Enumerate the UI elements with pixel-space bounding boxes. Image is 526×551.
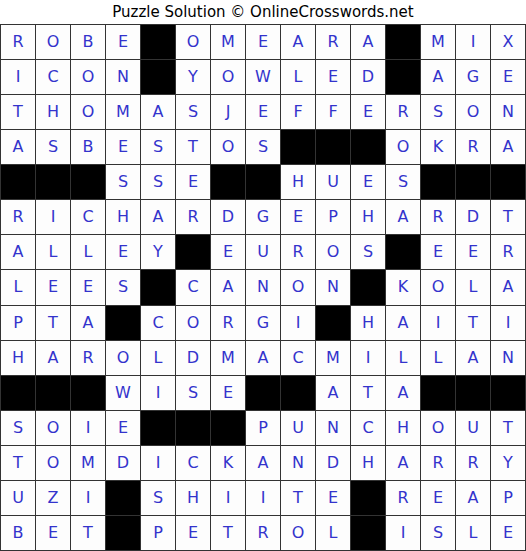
block-cell-r5c15 xyxy=(491,165,525,199)
letter-cell-r8c8: N xyxy=(246,270,280,304)
letter-cell-r12c14: U xyxy=(456,411,490,445)
letter-cell-r13c12: A xyxy=(386,446,420,480)
block-cell-r9c4 xyxy=(106,306,140,340)
letter-cell-r14c5: S xyxy=(141,481,175,515)
letter-cell-r6c10: P xyxy=(316,200,350,234)
letter-cell-r9c13: I xyxy=(421,306,455,340)
block-cell-r14c11 xyxy=(351,481,385,515)
letter-cell-r14c1: U xyxy=(1,481,35,515)
block-cell-r1c5 xyxy=(141,25,175,59)
letter-cell-r7c10: O xyxy=(316,235,350,269)
letter-cell-r9c14: T xyxy=(456,306,490,340)
letter-cell-r10c4: O xyxy=(106,341,140,375)
letter-cell-r13c8: A xyxy=(246,446,280,480)
block-cell-r5c7 xyxy=(211,165,245,199)
block-cell-r8c11 xyxy=(351,270,385,304)
letter-cell-r3c13: S xyxy=(421,95,455,129)
block-cell-r4c10 xyxy=(316,130,350,164)
letter-cell-r6c15: T xyxy=(491,200,525,234)
letter-cell-r4c5: S xyxy=(141,130,175,164)
letter-cell-r11c11: T xyxy=(351,376,385,410)
letter-cell-r4c12: O xyxy=(386,130,420,164)
letter-cell-r13c13: R xyxy=(421,446,455,480)
letter-cell-r2c2: C xyxy=(36,60,70,94)
block-cell-r4c11 xyxy=(351,130,385,164)
block-cell-r2c5 xyxy=(141,60,175,94)
letter-cell-r14c7: I xyxy=(211,481,245,515)
letter-cell-r4c6: T xyxy=(176,130,210,164)
letter-cell-r15c10: L xyxy=(316,516,350,550)
letter-cell-r1c10: R xyxy=(316,25,350,59)
letter-cell-r14c12: R xyxy=(386,481,420,515)
block-cell-r11c8 xyxy=(246,376,280,410)
letter-cell-r4c2: S xyxy=(36,130,70,164)
letter-cell-r7c1: A xyxy=(1,235,35,269)
letter-cell-r7c14: E xyxy=(456,235,490,269)
letter-cell-r8c9: O xyxy=(281,270,315,304)
block-cell-r11c15 xyxy=(491,376,525,410)
letter-cell-r11c6: S xyxy=(176,376,210,410)
letter-cell-r3c6: S xyxy=(176,95,210,129)
letter-cell-r14c14: A xyxy=(456,481,490,515)
letter-cell-r13c9: N xyxy=(281,446,315,480)
letter-cell-r8c2: E xyxy=(36,270,70,304)
letter-cell-r3c7: J xyxy=(211,95,245,129)
letter-cell-r7c7: E xyxy=(211,235,245,269)
letter-cell-r15c14: L xyxy=(456,516,490,550)
block-cell-r15c11 xyxy=(351,516,385,550)
letter-cell-r6c5: A xyxy=(141,200,175,234)
letter-cell-r9c1: P xyxy=(1,306,35,340)
letter-cell-r7c4: E xyxy=(106,235,140,269)
letter-cell-r6c9: E xyxy=(281,200,315,234)
letter-cell-r7c2: L xyxy=(36,235,70,269)
letter-cell-r15c2: E xyxy=(36,516,70,550)
block-cell-r11c2 xyxy=(36,376,70,410)
letter-cell-r2c4: N xyxy=(106,60,140,94)
letter-cell-r6c4: H xyxy=(106,200,140,234)
letter-cell-r10c15: N xyxy=(491,341,525,375)
letter-cell-r14c15: P xyxy=(491,481,525,515)
block-cell-r5c8 xyxy=(246,165,280,199)
letter-cell-r1c6: O xyxy=(176,25,210,59)
letter-cell-r10c9: C xyxy=(281,341,315,375)
letter-cell-r7c11: S xyxy=(351,235,385,269)
letter-cell-r8c3: E xyxy=(71,270,105,304)
letter-cell-r6c1: R xyxy=(1,200,35,234)
letter-cell-r6c12: A xyxy=(386,200,420,234)
letter-cell-r2c1: I xyxy=(1,60,35,94)
block-cell-r5c3 xyxy=(71,165,105,199)
letter-cell-r5c9: H xyxy=(281,165,315,199)
block-cell-r9c10 xyxy=(316,306,350,340)
block-cell-r5c14 xyxy=(456,165,490,199)
letter-cell-r13c14: R xyxy=(456,446,490,480)
letter-cell-r4c3: B xyxy=(71,130,105,164)
puzzle-solution-page: Puzzle Solution © OnlineCrosswords.net R… xyxy=(0,0,526,551)
letter-cell-r10c1: H xyxy=(1,341,35,375)
block-cell-r12c5 xyxy=(141,411,175,445)
letter-cell-r9c8: G xyxy=(246,306,280,340)
letter-cell-r13c5: I xyxy=(141,446,175,480)
letter-cell-r8c10: N xyxy=(316,270,350,304)
letter-cell-r1c3: B xyxy=(71,25,105,59)
letter-cell-r8c1: L xyxy=(1,270,35,304)
letter-cell-r10c6: D xyxy=(176,341,210,375)
block-cell-r7c12 xyxy=(386,235,420,269)
letter-cell-r5c12: S xyxy=(386,165,420,199)
letter-cell-r12c8: P xyxy=(246,411,280,445)
letter-cell-r10c14: A xyxy=(456,341,490,375)
letter-cell-r8c6: C xyxy=(176,270,210,304)
letter-cell-r2c3: O xyxy=(71,60,105,94)
letter-cell-r2c8: W xyxy=(246,60,280,94)
letter-cell-r8c13: O xyxy=(421,270,455,304)
letter-cell-r10c8: A xyxy=(246,341,280,375)
letter-cell-r12c1: S xyxy=(1,411,35,445)
block-cell-r12c6 xyxy=(176,411,210,445)
letter-cell-r13c7: K xyxy=(211,446,245,480)
letter-cell-r7c9: R xyxy=(281,235,315,269)
letter-cell-r10c3: R xyxy=(71,341,105,375)
letter-cell-r1c14: I xyxy=(456,25,490,59)
letter-cell-r15c13: S xyxy=(421,516,455,550)
letter-cell-r2c11: D xyxy=(351,60,385,94)
letter-cell-r11c5: I xyxy=(141,376,175,410)
page-title: Puzzle Solution © OnlineCrosswords.net xyxy=(0,0,526,24)
letter-cell-r12c13: O xyxy=(421,411,455,445)
block-cell-r2c12 xyxy=(386,60,420,94)
letter-cell-r6c6: R xyxy=(176,200,210,234)
letter-cell-r7c5: Y xyxy=(141,235,175,269)
block-cell-r11c13 xyxy=(421,376,455,410)
letter-cell-r6c7: D xyxy=(211,200,245,234)
letter-cell-r4c15: A xyxy=(491,130,525,164)
letter-cell-r11c10: A xyxy=(316,376,350,410)
block-cell-r11c9 xyxy=(281,376,315,410)
letter-cell-r3c4: M xyxy=(106,95,140,129)
letter-cell-r2c10: E xyxy=(316,60,350,94)
letter-cell-r15c3: T xyxy=(71,516,105,550)
letter-cell-r6c11: H xyxy=(351,200,385,234)
block-cell-r4c9 xyxy=(281,130,315,164)
letter-cell-r2c13: A xyxy=(421,60,455,94)
letter-cell-r3c15: N xyxy=(491,95,525,129)
letter-cell-r8c15: A xyxy=(491,270,525,304)
letter-cell-r13c4: D xyxy=(106,446,140,480)
letter-cell-r10c2: A xyxy=(36,341,70,375)
letter-cell-r12c9: U xyxy=(281,411,315,445)
block-cell-r5c13 xyxy=(421,165,455,199)
letter-cell-r9c11: H xyxy=(351,306,385,340)
letter-cell-r9c7: R xyxy=(211,306,245,340)
letter-cell-r10c12: L xyxy=(386,341,420,375)
letter-cell-r8c7: A xyxy=(211,270,245,304)
block-cell-r11c3 xyxy=(71,376,105,410)
letter-cell-r15c6: E xyxy=(176,516,210,550)
letter-cell-r5c10: U xyxy=(316,165,350,199)
letter-cell-r3c2: H xyxy=(36,95,70,129)
letter-cell-r3c11: E xyxy=(351,95,385,129)
letter-cell-r6c14: D xyxy=(456,200,490,234)
letter-cell-r15c9: O xyxy=(281,516,315,550)
letter-cell-r9c3: A xyxy=(71,306,105,340)
letter-cell-r14c13: E xyxy=(421,481,455,515)
letter-cell-r1c1: R xyxy=(1,25,35,59)
letter-cell-r9c2: T xyxy=(36,306,70,340)
letter-cell-r4c13: K xyxy=(421,130,455,164)
letter-cell-r7c3: L xyxy=(71,235,105,269)
letter-cell-r14c3: I xyxy=(71,481,105,515)
letter-cell-r3c10: F xyxy=(316,95,350,129)
letter-cell-r15c1: B xyxy=(1,516,35,550)
letter-cell-r14c10: E xyxy=(316,481,350,515)
letter-cell-r15c5: P xyxy=(141,516,175,550)
letter-cell-r1c13: M xyxy=(421,25,455,59)
letter-cell-r2c15: E xyxy=(491,60,525,94)
letter-cell-r5c11: E xyxy=(351,165,385,199)
letter-cell-r4c4: E xyxy=(106,130,140,164)
letter-cell-r2c14: G xyxy=(456,60,490,94)
letter-cell-r12c10: N xyxy=(316,411,350,445)
letter-cell-r1c4: E xyxy=(106,25,140,59)
letter-cell-r10c5: L xyxy=(141,341,175,375)
letter-cell-r15c15: E xyxy=(491,516,525,550)
letter-cell-r2c9: L xyxy=(281,60,315,94)
letter-cell-r13c1: T xyxy=(1,446,35,480)
letter-cell-r10c7: M xyxy=(211,341,245,375)
letter-cell-r3c12: R xyxy=(386,95,420,129)
crossword-grid: ROBEOMEARAMIXICONYOWLEDAGETHOMASJEFFERSO… xyxy=(0,24,526,551)
letter-cell-r14c2: Z xyxy=(36,481,70,515)
block-cell-r15c4 xyxy=(106,516,140,550)
letter-cell-r12c2: O xyxy=(36,411,70,445)
letter-cell-r4c7: O xyxy=(211,130,245,164)
block-cell-r7c6 xyxy=(176,235,210,269)
letter-cell-r3c8: E xyxy=(246,95,280,129)
letter-cell-r5c5: S xyxy=(141,165,175,199)
letter-cell-r12c11: C xyxy=(351,411,385,445)
letter-cell-r6c8: G xyxy=(246,200,280,234)
letter-cell-r1c11: A xyxy=(351,25,385,59)
letter-cell-r10c11: I xyxy=(351,341,385,375)
letter-cell-r14c6: H xyxy=(176,481,210,515)
letter-cell-r13c6: C xyxy=(176,446,210,480)
letter-cell-r3c3: O xyxy=(71,95,105,129)
block-cell-r12c7 xyxy=(211,411,245,445)
letter-cell-r7c13: E xyxy=(421,235,455,269)
letter-cell-r5c4: S xyxy=(106,165,140,199)
letter-cell-r4c8: S xyxy=(246,130,280,164)
letter-cell-r11c12: A xyxy=(386,376,420,410)
block-cell-r5c1 xyxy=(1,165,35,199)
letter-cell-r13c15: Y xyxy=(491,446,525,480)
letter-cell-r10c10: M xyxy=(316,341,350,375)
letter-cell-r15c8: R xyxy=(246,516,280,550)
letter-cell-r15c7: T xyxy=(211,516,245,550)
letter-cell-r7c15: R xyxy=(491,235,525,269)
letter-cell-r14c9: T xyxy=(281,481,315,515)
letter-cell-r10c13: L xyxy=(421,341,455,375)
letter-cell-r8c4: S xyxy=(106,270,140,304)
block-cell-r1c12 xyxy=(386,25,420,59)
letter-cell-r6c2: I xyxy=(36,200,70,234)
letter-cell-r13c11: H xyxy=(351,446,385,480)
letter-cell-r3c9: F xyxy=(281,95,315,129)
letter-cell-r11c7: E xyxy=(211,376,245,410)
letter-cell-r6c3: C xyxy=(71,200,105,234)
letter-cell-r13c10: D xyxy=(316,446,350,480)
letter-cell-r9c6: O xyxy=(176,306,210,340)
letter-cell-r1c15: X xyxy=(491,25,525,59)
letter-cell-r4c1: A xyxy=(1,130,35,164)
letter-cell-r4c14: R xyxy=(456,130,490,164)
letter-cell-r15c12: I xyxy=(386,516,420,550)
letter-cell-r8c12: K xyxy=(386,270,420,304)
letter-cell-r2c7: O xyxy=(211,60,245,94)
letter-cell-r1c8: E xyxy=(246,25,280,59)
letter-cell-r1c2: O xyxy=(36,25,70,59)
letter-cell-r1c7: M xyxy=(211,25,245,59)
letter-cell-r2c6: Y xyxy=(176,60,210,94)
letter-cell-r3c14: O xyxy=(456,95,490,129)
letter-cell-r9c5: C xyxy=(141,306,175,340)
block-cell-r14c4 xyxy=(106,481,140,515)
letter-cell-r12c4: E xyxy=(106,411,140,445)
letter-cell-r9c9: I xyxy=(281,306,315,340)
letter-cell-r14c8: I xyxy=(246,481,280,515)
letter-cell-r9c15: I xyxy=(491,306,525,340)
letter-cell-r6c13: R xyxy=(421,200,455,234)
letter-cell-r3c1: T xyxy=(1,95,35,129)
letter-cell-r13c2: O xyxy=(36,446,70,480)
letter-cell-r3c5: A xyxy=(141,95,175,129)
letter-cell-r12c15: T xyxy=(491,411,525,445)
letter-cell-r7c8: U xyxy=(246,235,280,269)
block-cell-r8c5 xyxy=(141,270,175,304)
letter-cell-r5c6: E xyxy=(176,165,210,199)
letter-cell-r9c12: A xyxy=(386,306,420,340)
block-cell-r5c2 xyxy=(36,165,70,199)
block-cell-r11c14 xyxy=(456,376,490,410)
letter-cell-r8c14: L xyxy=(456,270,490,304)
letter-cell-r12c3: I xyxy=(71,411,105,445)
letter-cell-r11c4: W xyxy=(106,376,140,410)
letter-cell-r1c9: A xyxy=(281,25,315,59)
letter-cell-r13c3: M xyxy=(71,446,105,480)
letter-cell-r12c12: H xyxy=(386,411,420,445)
block-cell-r11c1 xyxy=(1,376,35,410)
